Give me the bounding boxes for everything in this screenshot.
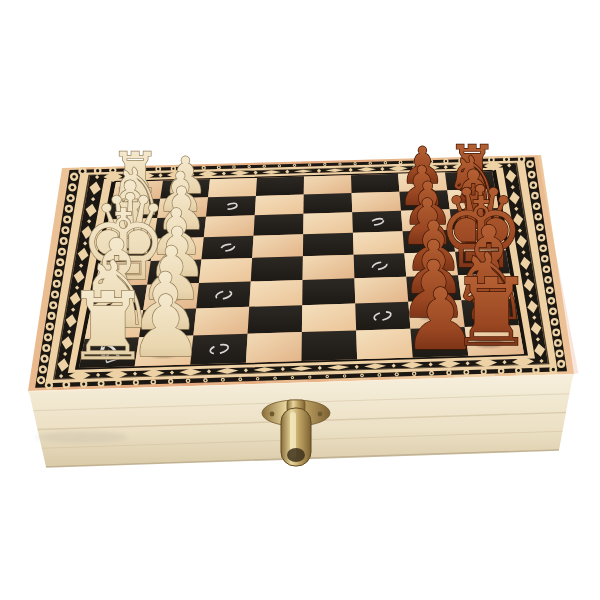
inlay-ring-dot xyxy=(81,169,84,172)
dark-square xyxy=(351,174,399,193)
inlay-ring-dot xyxy=(344,375,345,376)
inlay-ring-dot xyxy=(152,381,154,383)
inlay-ring-dot xyxy=(60,250,63,253)
inlay-ring-dot xyxy=(47,383,50,386)
inlay-ring-dot xyxy=(385,162,386,163)
inlay-ring-dot xyxy=(248,166,249,167)
inlay-ring-dot xyxy=(45,346,48,349)
inlay-ring-dot xyxy=(556,341,559,344)
inlay-ring-dot xyxy=(274,377,275,378)
inlay-ring-dot xyxy=(43,357,46,360)
inlay-ring-dot xyxy=(324,164,325,165)
inlay-ring-dot xyxy=(482,370,485,373)
inlay-ring-dot xyxy=(309,376,310,377)
inlay-ring-dot xyxy=(517,369,520,372)
inlay-ring-dot xyxy=(448,372,450,374)
inlay-ring-dot xyxy=(540,236,543,239)
inlay-ring-dot xyxy=(82,383,85,386)
light-square xyxy=(255,194,304,215)
inlay-ring-dot xyxy=(559,362,562,365)
inlay-ring-dot xyxy=(257,378,259,380)
product-photo: ♞♜♟♟♜♞♟♟♞♝♟♟♝♛♟♟♛♚♟♟♚♝♟♟♝♞♟♟♞♜♟♟♜ xyxy=(0,0,600,600)
inlay-ring-dot xyxy=(170,380,172,382)
inlay-ring-dot xyxy=(187,380,189,382)
dark-square xyxy=(248,305,303,334)
inlay-ring-dot xyxy=(530,173,533,176)
inlay-ring-dot xyxy=(535,205,538,208)
inlay-ring-dot xyxy=(465,371,467,373)
dark-square xyxy=(201,236,253,260)
inlay-ring-dot xyxy=(72,175,76,179)
light-square xyxy=(208,178,257,197)
inlay-ring-dot xyxy=(41,368,45,372)
inlay-ring-dot xyxy=(542,247,545,250)
inlay-ring-dot xyxy=(292,377,293,378)
inlay-ring-dot xyxy=(552,368,555,371)
inlay-ring-dot xyxy=(39,378,43,382)
faint-smudge xyxy=(36,431,128,443)
inlay-ring-dot xyxy=(64,229,67,232)
inlay-ring-dot xyxy=(117,382,120,385)
dark-square xyxy=(303,233,354,257)
light-square xyxy=(246,332,302,363)
inlay-ring-dot xyxy=(294,165,295,166)
inlay-ring-dot xyxy=(48,325,51,328)
clasp-screw xyxy=(318,412,323,417)
light-square xyxy=(304,175,352,194)
chess-set-photo: ♞♜♟♟♜♞♟♟♞♝♟♟♝♛♟♟♛♚♟♟♚♝♟♟♝♞♟♟♞♜♟♟♜ xyxy=(0,0,600,600)
inlay-ring-dot xyxy=(548,289,551,292)
inlay-ring-dot xyxy=(538,226,541,229)
inlay-ring-dot xyxy=(309,164,310,165)
inlay-ring-dot xyxy=(53,293,56,296)
inlay-ring-dot xyxy=(545,268,548,271)
inlay-ring-dot xyxy=(413,373,415,375)
inlay-ring-dot xyxy=(551,310,554,313)
inlay-ring-dot xyxy=(239,378,241,380)
inlay-ring-dot xyxy=(546,278,549,281)
light-square xyxy=(249,280,302,307)
inlay-ring-dot xyxy=(520,157,523,160)
inlay-ring-dot xyxy=(218,167,220,169)
inlay-ring-dot xyxy=(533,194,536,197)
dark-square xyxy=(256,177,304,196)
inlay-ring-dot xyxy=(67,207,70,210)
dark-square xyxy=(206,196,256,217)
dark-square xyxy=(302,330,358,361)
clasp-screw xyxy=(270,412,275,417)
dark-square xyxy=(302,278,355,305)
inlay-ring-dot xyxy=(65,383,68,386)
inlay-ring-dot xyxy=(327,376,328,377)
inlay-ring-dot xyxy=(555,331,558,334)
inlay-ring-dot xyxy=(52,303,55,306)
inlay-ring-dot xyxy=(100,382,103,385)
inlay-ring-dot xyxy=(57,271,60,274)
dark-square xyxy=(352,211,402,233)
inlay-ring-dot xyxy=(339,163,340,164)
inlay-ring-dot xyxy=(379,374,381,376)
chess-piece-black-r: ♜ xyxy=(449,258,533,367)
light-square xyxy=(353,231,404,254)
inlay-ring-dot xyxy=(354,163,355,164)
inlay-ring-dot xyxy=(205,379,207,381)
inlay-ring-dot xyxy=(528,162,531,165)
inlay-ring-dot xyxy=(534,368,537,371)
inlay-ring-dot xyxy=(71,186,75,190)
inlay-ring-dot xyxy=(370,163,371,164)
inlay-ring-dot xyxy=(537,215,540,218)
light-square xyxy=(303,255,355,280)
inlay-ring-dot xyxy=(279,165,280,166)
inlay-ring-dot xyxy=(62,239,65,242)
inlay-ring-dot xyxy=(222,379,224,381)
inlay-ring-dot xyxy=(55,282,58,285)
dark-square xyxy=(303,193,352,214)
inlay-ring-dot xyxy=(553,320,556,323)
inlay-ring-dot xyxy=(500,370,503,373)
light-square xyxy=(204,215,255,237)
inlay-ring-dot xyxy=(361,375,363,377)
light-square xyxy=(303,212,353,234)
inlay-ring-dot xyxy=(69,196,72,199)
inlay-ring-dot xyxy=(532,184,535,187)
inlay-ring-dot xyxy=(431,372,433,374)
inlay-ring-dot xyxy=(550,299,553,302)
inlay-ring-dot xyxy=(396,373,398,375)
inlay-ring-dot xyxy=(65,218,68,221)
light-square xyxy=(352,192,401,213)
inlay-ring-dot xyxy=(558,352,561,355)
chess-piece-white-p: ♟ xyxy=(128,277,204,376)
inlay-ring-dot xyxy=(59,261,62,264)
inlay-ring-dot xyxy=(264,165,265,166)
inlay-ring-dot xyxy=(46,336,49,339)
dark-square xyxy=(251,256,303,281)
inlay-ring-dot xyxy=(135,381,138,384)
inlay-ring-dot xyxy=(505,158,508,161)
clasp-hollow xyxy=(287,448,305,462)
light-square xyxy=(302,303,356,332)
dark-square xyxy=(254,214,304,236)
inlay-ring-dot xyxy=(50,314,53,317)
inlay-ring-dot xyxy=(233,166,234,167)
light-square xyxy=(252,234,303,258)
inlay-ring-dot xyxy=(543,257,546,260)
